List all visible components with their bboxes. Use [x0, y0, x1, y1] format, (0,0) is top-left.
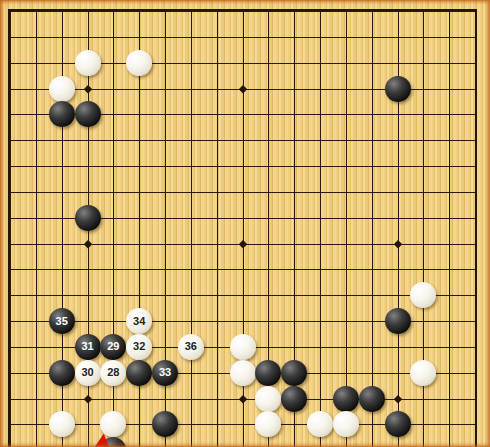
grid-cell: [320, 295, 346, 321]
grid-cell: [294, 295, 320, 321]
grid-cell: [243, 192, 269, 218]
stone-white: [255, 386, 281, 412]
grid-cell: [243, 244, 269, 270]
grid-cell: [268, 166, 294, 192]
grid-cell: [372, 218, 398, 244]
grid-cell: [294, 140, 320, 166]
grid-cell: [36, 11, 62, 37]
grid-cell: [217, 244, 243, 270]
stone-white: [75, 50, 101, 76]
grid-cell: [165, 63, 191, 89]
grid-cell: [217, 424, 243, 447]
grid-cell: [372, 114, 398, 140]
grid-cell: [423, 244, 449, 270]
grid-cell: [10, 321, 36, 347]
grid-cell: [320, 218, 346, 244]
grid-cell: [320, 192, 346, 218]
grid-cell: [346, 63, 372, 89]
grid-cell: [36, 218, 62, 244]
grid-cell: [36, 192, 62, 218]
grid-cell: [217, 63, 243, 89]
grid-cell: [398, 244, 424, 270]
grid-cell: [423, 166, 449, 192]
grid-cell: [346, 295, 372, 321]
grid-cell: [449, 11, 475, 37]
grid-cell: [217, 37, 243, 63]
grid-cell: [423, 218, 449, 244]
grid-cell: [165, 166, 191, 192]
grid-cell: [191, 373, 217, 399]
grid-cell: [10, 114, 36, 140]
grid-cell: [294, 321, 320, 347]
grid-cell: [268, 11, 294, 37]
grid-cell: [139, 192, 165, 218]
grid-cell: [372, 244, 398, 270]
grid-cell: [320, 269, 346, 295]
grid-cell: [423, 140, 449, 166]
grid-cell: [191, 295, 217, 321]
stone-black: [385, 76, 411, 102]
stone-black-move-29: 29: [100, 334, 126, 360]
grid-cell: [36, 166, 62, 192]
grid-cell: [113, 269, 139, 295]
grid-cell: [36, 140, 62, 166]
grid-cell: [449, 140, 475, 166]
grid-cell: [243, 166, 269, 192]
grid-cell: [320, 244, 346, 270]
grid-cell: [449, 399, 475, 425]
grid-cell: [10, 89, 36, 115]
grid-cell: [294, 218, 320, 244]
grid-cell: [88, 244, 114, 270]
grid-cell: [320, 37, 346, 63]
grid-cell: [217, 295, 243, 321]
grid-cell: [346, 192, 372, 218]
grid-cell: [62, 11, 88, 37]
grid-cell: [346, 89, 372, 115]
grid-cell: [346, 269, 372, 295]
grid-cell: [113, 166, 139, 192]
grid-cell: [268, 192, 294, 218]
grid-cell: [191, 89, 217, 115]
grid-cell: [62, 140, 88, 166]
grid-cell: [88, 11, 114, 37]
grid-cell: [268, 295, 294, 321]
grid-cell: [165, 269, 191, 295]
grid-cell: [449, 192, 475, 218]
grid-cell: [320, 11, 346, 37]
grid-cell: [36, 37, 62, 63]
grid-cell: [372, 269, 398, 295]
grid-cell: [294, 63, 320, 89]
grid-cell: [165, 244, 191, 270]
grid-cell: [88, 295, 114, 321]
grid-cell: [294, 269, 320, 295]
grid-cell: [139, 269, 165, 295]
grid-cell: [10, 37, 36, 63]
stone-black-move-31: 31: [75, 334, 101, 360]
grid-cell: [320, 166, 346, 192]
grid-cell: [10, 347, 36, 373]
grid-cell: [113, 114, 139, 140]
grid-cell: [268, 269, 294, 295]
grid-cell: [398, 218, 424, 244]
grid-cell: [10, 399, 36, 425]
grid-cell: [191, 63, 217, 89]
grid-cell: [423, 11, 449, 37]
grid-cell: [62, 269, 88, 295]
grid-cell: [449, 166, 475, 192]
grid-cell: [449, 218, 475, 244]
stone-white-move-30: 30: [75, 360, 101, 386]
grid-cell: [243, 63, 269, 89]
grid-cell: [217, 166, 243, 192]
stone-black: [385, 308, 411, 334]
stone-white: [230, 334, 256, 360]
grid-cell: [10, 218, 36, 244]
grid-cell: [217, 192, 243, 218]
grid-cell: [165, 140, 191, 166]
stone-black: [255, 360, 281, 386]
grid-cell: [217, 399, 243, 425]
grid-cell: [320, 347, 346, 373]
grid-cell: [449, 114, 475, 140]
grid-cell: [398, 11, 424, 37]
grid-cell: [346, 218, 372, 244]
grid-cell: [449, 347, 475, 373]
stone-black: [281, 360, 307, 386]
grid-cell: [217, 218, 243, 244]
grid-cell: [243, 114, 269, 140]
grid-cell: [294, 114, 320, 140]
stone-white: [410, 360, 436, 386]
grid-cell: [62, 166, 88, 192]
grid-cell: [10, 295, 36, 321]
grid-cell: [139, 114, 165, 140]
grid-cell: [423, 114, 449, 140]
grid-cell: [294, 166, 320, 192]
grid-cell: [346, 321, 372, 347]
grid-cell: [346, 166, 372, 192]
grid-cell: [243, 37, 269, 63]
grid-cell: [10, 166, 36, 192]
grid-cell: [346, 114, 372, 140]
grid-cell: [449, 295, 475, 321]
grid-cell: [10, 63, 36, 89]
grid-cell: [139, 11, 165, 37]
grid-cell: [36, 269, 62, 295]
stone-black: [75, 101, 101, 127]
grid-cell: [268, 114, 294, 140]
grid-cell: [294, 89, 320, 115]
stone-black: [152, 411, 178, 437]
grid-cell: [423, 63, 449, 89]
grid-cell: [113, 11, 139, 37]
grid-cell: [372, 37, 398, 63]
grid-cell: [10, 192, 36, 218]
grid-cell: [191, 11, 217, 37]
grid-cell: [320, 140, 346, 166]
grid-cell: [372, 192, 398, 218]
grid-cell: [191, 244, 217, 270]
stone-black: [385, 411, 411, 437]
grid-cell: [88, 140, 114, 166]
stone-white-move-36: 36: [178, 334, 204, 360]
grid-cell: [372, 347, 398, 373]
grid-cell: [398, 140, 424, 166]
grid-cell: [346, 140, 372, 166]
grid-cell: [191, 399, 217, 425]
grid-cell: [10, 373, 36, 399]
grid-cell: [191, 424, 217, 447]
grid-cell: [398, 166, 424, 192]
grid-cell: [346, 244, 372, 270]
grid-cell: [449, 373, 475, 399]
stone-white-move-34: 34: [126, 308, 152, 334]
grid-cell: [243, 140, 269, 166]
grid-cell: [191, 192, 217, 218]
grid-cell: [191, 269, 217, 295]
grid-cell: [88, 269, 114, 295]
stone-black: [75, 205, 101, 231]
grid-cell: [268, 218, 294, 244]
grid-cell: [165, 218, 191, 244]
grid-cell: [294, 37, 320, 63]
stone-white-move-28: 28: [100, 360, 126, 386]
go-board-screenshot: 353431293236302833: [0, 0, 490, 447]
stone-black: [281, 386, 307, 412]
grid-cell: [191, 140, 217, 166]
grid-cell: [268, 89, 294, 115]
grid-cell: [10, 244, 36, 270]
grid-cell: [294, 11, 320, 37]
grid-cell: [217, 140, 243, 166]
grid-cell: [449, 321, 475, 347]
stone-white: [410, 282, 436, 308]
grid-cell: [449, 63, 475, 89]
stone-white: [49, 76, 75, 102]
grid-cell: [320, 114, 346, 140]
stone-black: [359, 386, 385, 412]
grid-cell: [165, 11, 191, 37]
grid-cell: [113, 89, 139, 115]
grid-cell: [449, 244, 475, 270]
grid-cell: [398, 114, 424, 140]
grid-cell: [423, 399, 449, 425]
stone-white: [255, 411, 281, 437]
grid-cell: [268, 63, 294, 89]
grid-cell: [191, 37, 217, 63]
grid-cell: [268, 244, 294, 270]
grid-cell: [320, 321, 346, 347]
grid-cell: [165, 89, 191, 115]
grid-cell: [217, 11, 243, 37]
grid-cell: [10, 11, 36, 37]
grid-cell: [243, 89, 269, 115]
grid-cell: [113, 192, 139, 218]
stone-white: [126, 50, 152, 76]
grid-cell: [243, 218, 269, 244]
grid-cell: [62, 244, 88, 270]
grid-cell: [449, 424, 475, 447]
grid-cell: [398, 37, 424, 63]
grid-cell: [191, 114, 217, 140]
grid-cell: [217, 269, 243, 295]
grid-cell: [423, 192, 449, 218]
grid-cell: [165, 37, 191, 63]
grid-cell: [423, 37, 449, 63]
grid-cell: [346, 37, 372, 63]
grid-cell: [243, 295, 269, 321]
grid-cell: [243, 11, 269, 37]
grid-cell: [320, 63, 346, 89]
grid-cell: [10, 269, 36, 295]
grid-cell: [243, 269, 269, 295]
grid-cell: [449, 269, 475, 295]
grid-cell: [372, 140, 398, 166]
grid-cell: [113, 140, 139, 166]
grid-cell: [113, 218, 139, 244]
stone-black-move-35: 35: [49, 308, 75, 334]
grid-cell: [320, 89, 346, 115]
grid-cell: [449, 89, 475, 115]
stone-black: [126, 360, 152, 386]
grid-cell: [139, 218, 165, 244]
grid-cell: [423, 424, 449, 447]
grid-cell: [398, 192, 424, 218]
stone-white: [333, 411, 359, 437]
grid-cell: [139, 140, 165, 166]
stone-white: [307, 411, 333, 437]
grid-cell: [294, 192, 320, 218]
grid-cell: [10, 424, 36, 447]
grid-cell: [217, 89, 243, 115]
grid-cell: [139, 89, 165, 115]
grid-cell: [191, 218, 217, 244]
grid-cell: [268, 140, 294, 166]
grid-cell: [88, 166, 114, 192]
grid-cell: [423, 321, 449, 347]
grid-cell: [10, 140, 36, 166]
stone-black: [49, 360, 75, 386]
grid-cell: [139, 244, 165, 270]
stone-black: [333, 386, 359, 412]
grid-cell: [139, 166, 165, 192]
grid-cell: [268, 37, 294, 63]
grid-cell: [36, 244, 62, 270]
grid-cell: [191, 166, 217, 192]
stone-white: [49, 411, 75, 437]
grid-cell: [217, 114, 243, 140]
grid-cell: [294, 244, 320, 270]
grid-cell: [268, 321, 294, 347]
grid-cell: [372, 11, 398, 37]
grid-cell: [165, 114, 191, 140]
grid-cell: [423, 89, 449, 115]
grid-cell: [165, 192, 191, 218]
grid-cell: [165, 295, 191, 321]
stone-white-move-32: 32: [126, 334, 152, 360]
grid-cell: [346, 347, 372, 373]
stone-black-move-33: 33: [152, 360, 178, 386]
stone-white: [100, 411, 126, 437]
stone-white: [230, 360, 256, 386]
grid-cell: [372, 166, 398, 192]
grid-cell: [449, 37, 475, 63]
grid-cell: [346, 11, 372, 37]
stone-black: [49, 101, 75, 127]
grid-cell: [113, 244, 139, 270]
